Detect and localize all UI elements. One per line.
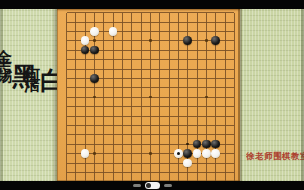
right-side-panel: 徐老师围棋教室 — [240, 9, 304, 181]
white-player-name: 柯洁 — [24, 54, 40, 72]
control-label-right — [164, 184, 172, 187]
grid-line-v — [159, 13, 160, 182]
white-stone — [174, 149, 183, 158]
grid-line-h — [67, 116, 235, 117]
black-stone — [211, 36, 220, 45]
video-frame: 黑 金志锡 白 柯洁 徐老师围棋教室 — [0, 0, 304, 190]
white-label: 白 — [40, 48, 57, 50]
annotation-dot — [186, 143, 188, 145]
black-player-name: 金志锡 — [0, 36, 12, 63]
last-move-marker — [177, 152, 180, 155]
letterbox-top — [0, 0, 304, 9]
star-point — [149, 39, 152, 42]
black-stone — [193, 140, 202, 149]
grid-line-v — [169, 13, 170, 182]
star-point — [93, 152, 96, 155]
white-stone — [211, 149, 220, 158]
black-stone — [90, 74, 99, 83]
toggle-knob-icon — [146, 183, 151, 188]
white-stone — [202, 149, 211, 158]
grid-line-v — [225, 13, 226, 182]
grid-line-h — [67, 125, 235, 126]
star-point — [149, 152, 152, 155]
player-info-panel: 黑 金志锡 白 柯洁 — [0, 9, 57, 181]
white-stone — [109, 27, 118, 36]
star-point — [93, 39, 96, 42]
white-stone — [81, 36, 90, 45]
go-board — [57, 9, 240, 181]
black-stone — [183, 36, 192, 45]
player-control-bar — [0, 181, 304, 190]
watermark-text: 徐老师围棋教室 — [246, 151, 304, 163]
black-stone — [211, 140, 220, 149]
playback-toggle[interactable] — [145, 182, 160, 189]
grid-line-h — [67, 172, 235, 173]
white-stone — [193, 149, 202, 158]
black-stone — [202, 140, 211, 149]
black-stone — [81, 46, 90, 55]
black-stone — [183, 149, 192, 158]
control-label-left — [133, 184, 141, 187]
white-stone — [81, 149, 90, 158]
grid-line-v — [234, 13, 235, 182]
grid-line-h — [67, 134, 235, 135]
grid-line-h — [67, 163, 235, 164]
white-stone — [183, 159, 192, 168]
white-stone — [90, 27, 99, 36]
black-stone — [90, 46, 99, 55]
player-white-column: 白 柯洁 — [24, 26, 57, 72]
star-point — [205, 39, 208, 42]
grid-line-h — [67, 106, 235, 107]
